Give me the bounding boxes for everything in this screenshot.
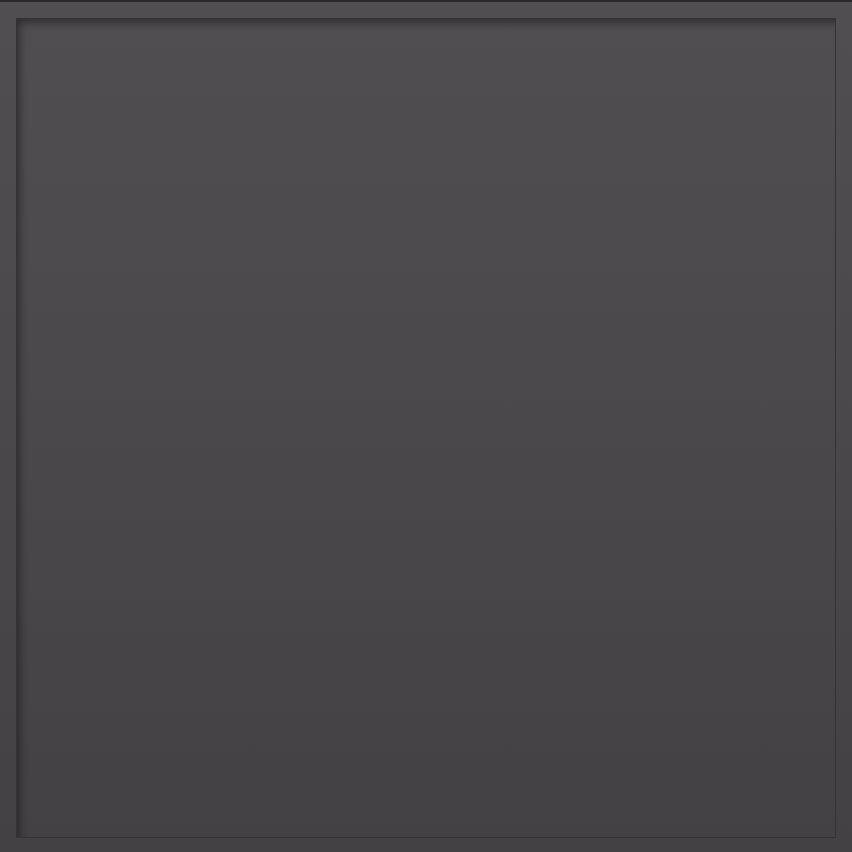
board	[17, 19, 835, 837]
chess-board-window	[0, 0, 852, 852]
